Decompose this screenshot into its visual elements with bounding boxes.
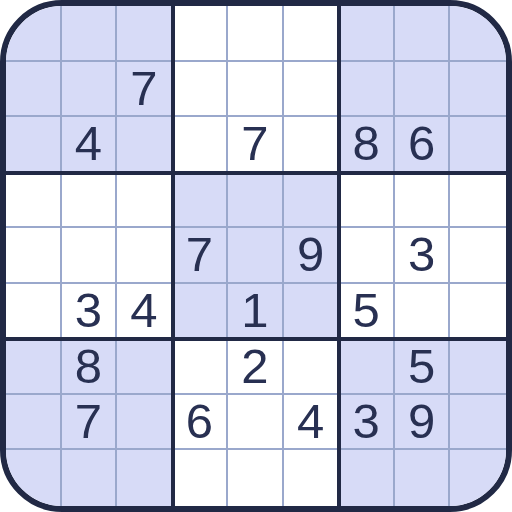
cell-r5c5[interactable]: [228, 228, 284, 284]
cell-r1c2[interactable]: [62, 6, 118, 62]
cell-r6c9[interactable]: [450, 284, 506, 340]
cell-r7c1[interactable]: [6, 339, 62, 395]
cell-r4c8[interactable]: [395, 173, 451, 229]
cell-r6c7[interactable]: 5: [339, 284, 395, 340]
cell-r6c8[interactable]: [395, 284, 451, 340]
cell-r5c4[interactable]: 7: [173, 228, 229, 284]
cell-r6c6[interactable]: [284, 284, 340, 340]
cell-r2c4[interactable]: [173, 62, 229, 118]
cell-r5c6[interactable]: 9: [284, 228, 340, 284]
cell-r2c8[interactable]: [395, 62, 451, 118]
cell-r8c3[interactable]: [117, 395, 173, 451]
cell-r5c1[interactable]: [6, 228, 62, 284]
cell-r2c7[interactable]: [339, 62, 395, 118]
cell-r2c2[interactable]: [62, 62, 118, 118]
cell-r7c5[interactable]: 2: [228, 339, 284, 395]
cell-r5c9[interactable]: [450, 228, 506, 284]
cell-r8c2[interactable]: 7: [62, 395, 118, 451]
cell-r3c5[interactable]: 7: [228, 117, 284, 173]
cell-r4c4[interactable]: [173, 173, 229, 229]
box-divider-vertical-2: [337, 6, 341, 506]
cell-r9c2[interactable]: [62, 450, 118, 506]
cell-r7c4[interactable]: [173, 339, 229, 395]
cell-r1c3[interactable]: [117, 6, 173, 62]
cell-r3c9[interactable]: [450, 117, 506, 173]
cell-r3c8[interactable]: 6: [395, 117, 451, 173]
cell-r5c7[interactable]: [339, 228, 395, 284]
cell-r4c2[interactable]: [62, 173, 118, 229]
cell-r4c7[interactable]: [339, 173, 395, 229]
cell-r3c6[interactable]: [284, 117, 340, 173]
box-divider-horizontal-1: [6, 171, 506, 175]
cell-r2c6[interactable]: [284, 62, 340, 118]
cell-r8c7[interactable]: 3: [339, 395, 395, 451]
sudoku-board: 74786793341582576439: [0, 0, 512, 512]
cell-r1c9[interactable]: [450, 6, 506, 62]
cell-r1c1[interactable]: [6, 6, 62, 62]
cell-r7c7[interactable]: [339, 339, 395, 395]
cell-r7c2[interactable]: 8: [62, 339, 118, 395]
cell-r8c5[interactable]: [228, 395, 284, 451]
cell-r8c4[interactable]: 6: [173, 395, 229, 451]
box-divider-vertical-1: [171, 6, 175, 506]
cell-r6c1[interactable]: [6, 284, 62, 340]
cell-r2c5[interactable]: [228, 62, 284, 118]
cell-r7c9[interactable]: [450, 339, 506, 395]
cell-r4c6[interactable]: [284, 173, 340, 229]
cell-r4c3[interactable]: [117, 173, 173, 229]
cell-r3c3[interactable]: [117, 117, 173, 173]
sudoku-grid: 74786793341582576439: [6, 6, 506, 506]
cell-r3c7[interactable]: 8: [339, 117, 395, 173]
cell-r3c4[interactable]: [173, 117, 229, 173]
cell-r9c5[interactable]: [228, 450, 284, 506]
cell-r9c7[interactable]: [339, 450, 395, 506]
cell-r1c4[interactable]: [173, 6, 229, 62]
cell-r2c9[interactable]: [450, 62, 506, 118]
cell-r9c9[interactable]: [450, 450, 506, 506]
cell-r7c6[interactable]: [284, 339, 340, 395]
cell-r9c8[interactable]: [395, 450, 451, 506]
cell-r9c3[interactable]: [117, 450, 173, 506]
cell-r3c1[interactable]: [6, 117, 62, 173]
cell-r4c5[interactable]: [228, 173, 284, 229]
cell-r4c9[interactable]: [450, 173, 506, 229]
cell-r8c6[interactable]: 4: [284, 395, 340, 451]
cell-r3c2[interactable]: 4: [62, 117, 118, 173]
cell-r9c6[interactable]: [284, 450, 340, 506]
cell-r8c1[interactable]: [6, 395, 62, 451]
cell-r6c4[interactable]: [173, 284, 229, 340]
cell-r5c2[interactable]: [62, 228, 118, 284]
cell-r9c4[interactable]: [173, 450, 229, 506]
cell-r1c6[interactable]: [284, 6, 340, 62]
cell-r1c5[interactable]: [228, 6, 284, 62]
cell-r4c1[interactable]: [6, 173, 62, 229]
cell-r6c3[interactable]: 4: [117, 284, 173, 340]
cell-r7c8[interactable]: 5: [395, 339, 451, 395]
box-divider-horizontal-2: [6, 337, 506, 341]
cell-r8c9[interactable]: [450, 395, 506, 451]
cell-r5c3[interactable]: [117, 228, 173, 284]
cell-r1c8[interactable]: [395, 6, 451, 62]
cell-r9c1[interactable]: [6, 450, 62, 506]
cell-r6c2[interactable]: 3: [62, 284, 118, 340]
cell-r2c1[interactable]: [6, 62, 62, 118]
cell-r7c3[interactable]: [117, 339, 173, 395]
cell-r6c5[interactable]: 1: [228, 284, 284, 340]
cell-r2c3[interactable]: 7: [117, 62, 173, 118]
cell-r1c7[interactable]: [339, 6, 395, 62]
cell-r5c8[interactable]: 3: [395, 228, 451, 284]
cell-r8c8[interactable]: 9: [395, 395, 451, 451]
